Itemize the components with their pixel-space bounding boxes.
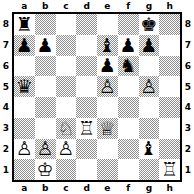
- rank-label-2: 2: [0, 139, 12, 160]
- square-d8[interactable]: [76, 14, 97, 35]
- square-h7[interactable]: [159, 35, 180, 56]
- square-e8[interactable]: [97, 14, 118, 35]
- rank-label-1: 1: [182, 159, 194, 180]
- square-g2[interactable]: ♝: [139, 139, 160, 160]
- square-f8[interactable]: [118, 14, 139, 35]
- square-d2[interactable]: [76, 139, 97, 160]
- chess-diagram: abcdefgh 87654321 ♜♚♟♟♝♟♟♟♞♛♙♙♘♖♕♙♙♙♝♔♖ …: [0, 0, 194, 194]
- square-a8[interactable]: ♜: [14, 14, 35, 35]
- square-a7[interactable]: ♟: [14, 35, 35, 56]
- square-c4[interactable]: [56, 97, 77, 118]
- file-label-c: c: [56, 182, 77, 194]
- file-label-e: e: [97, 0, 118, 12]
- piece-black-queen[interactable]: ♛: [16, 77, 33, 96]
- square-b8[interactable]: [35, 14, 56, 35]
- square-f3[interactable]: [118, 118, 139, 139]
- square-b4[interactable]: [35, 97, 56, 118]
- rank-label-8: 8: [0, 14, 12, 35]
- rank-label-1: 1: [0, 159, 12, 180]
- file-label-f: f: [118, 182, 139, 194]
- piece-black-pawn[interactable]: ♟: [120, 35, 137, 54]
- piece-black-pawn[interactable]: ♟: [16, 35, 33, 54]
- piece-black-rook[interactable]: ♜: [16, 14, 33, 33]
- piece-white-rook[interactable]: ♖: [78, 118, 95, 137]
- square-g1[interactable]: [139, 159, 160, 180]
- rank-label-7: 7: [182, 35, 194, 56]
- square-f7[interactable]: ♟: [118, 35, 139, 56]
- square-b5[interactable]: [35, 76, 56, 97]
- rank-label-7: 7: [0, 35, 12, 56]
- rank-label-2: 2: [182, 139, 194, 160]
- piece-black-king[interactable]: ♚: [140, 14, 157, 33]
- square-c2[interactable]: ♙: [56, 139, 77, 160]
- square-f5[interactable]: [118, 76, 139, 97]
- file-label-d: d: [76, 182, 97, 194]
- square-b2[interactable]: ♙: [35, 139, 56, 160]
- piece-black-pawn[interactable]: ♟: [37, 35, 54, 54]
- piece-white-queen[interactable]: ♕: [99, 118, 116, 137]
- file-label-h: h: [159, 0, 180, 12]
- square-h6[interactable]: [159, 56, 180, 77]
- file-label-b: b: [35, 182, 56, 194]
- rank-label-3: 3: [182, 118, 194, 139]
- square-c5[interactable]: [56, 76, 77, 97]
- square-c3[interactable]: ♘: [56, 118, 77, 139]
- piece-white-pawn[interactable]: ♙: [37, 139, 54, 158]
- square-d5[interactable]: [76, 76, 97, 97]
- file-label-a: a: [14, 182, 35, 194]
- rank-label-6: 6: [0, 56, 12, 77]
- square-f1[interactable]: [118, 159, 139, 180]
- square-a5[interactable]: ♛: [14, 76, 35, 97]
- square-d7[interactable]: [76, 35, 97, 56]
- square-h4[interactable]: [159, 97, 180, 118]
- square-a6[interactable]: [14, 56, 35, 77]
- piece-white-knight[interactable]: ♘: [57, 118, 74, 137]
- square-h3[interactable]: [159, 118, 180, 139]
- rank-label-6: 6: [182, 56, 194, 77]
- file-labels-top: abcdefgh: [14, 0, 180, 12]
- square-e2[interactable]: [97, 139, 118, 160]
- square-c7[interactable]: [56, 35, 77, 56]
- file-labels-bottom: abcdefgh: [14, 182, 180, 194]
- rank-label-4: 4: [182, 97, 194, 118]
- square-d4[interactable]: [76, 97, 97, 118]
- square-a4[interactable]: [14, 97, 35, 118]
- square-h2[interactable]: [159, 139, 180, 160]
- square-h1[interactable]: ♖: [159, 159, 180, 180]
- square-e7[interactable]: ♝: [97, 35, 118, 56]
- rank-label-3: 3: [0, 118, 12, 139]
- piece-white-pawn[interactable]: ♙: [16, 139, 33, 158]
- square-e4[interactable]: [97, 97, 118, 118]
- file-label-b: b: [35, 0, 56, 12]
- square-b3[interactable]: [35, 118, 56, 139]
- square-h5[interactable]: [159, 76, 180, 97]
- square-g5[interactable]: ♙: [139, 76, 160, 97]
- square-d6[interactable]: [76, 56, 97, 77]
- square-c1[interactable]: [56, 159, 77, 180]
- rank-labels-left: 87654321: [0, 14, 12, 180]
- file-label-d: d: [76, 0, 97, 12]
- square-c8[interactable]: [56, 14, 77, 35]
- square-g8[interactable]: ♚: [139, 14, 160, 35]
- piece-black-bishop[interactable]: ♝: [140, 139, 157, 158]
- square-d3[interactable]: ♖: [76, 118, 97, 139]
- piece-white-rook[interactable]: ♖: [161, 160, 178, 179]
- rank-label-5: 5: [0, 76, 12, 97]
- file-label-f: f: [118, 0, 139, 12]
- square-g7[interactable]: ♟: [139, 35, 160, 56]
- piece-black-pawn[interactable]: ♟: [99, 56, 116, 75]
- square-a3[interactable]: [14, 118, 35, 139]
- piece-white-pawn[interactable]: ♙: [99, 77, 116, 96]
- file-label-h: h: [159, 182, 180, 194]
- file-label-a: a: [14, 0, 35, 12]
- square-e5[interactable]: ♙: [97, 76, 118, 97]
- rank-label-8: 8: [182, 14, 194, 35]
- file-label-g: g: [139, 182, 160, 194]
- square-d1[interactable]: [76, 159, 97, 180]
- square-b6[interactable]: [35, 56, 56, 77]
- square-a2[interactable]: ♙: [14, 139, 35, 160]
- square-g6[interactable]: [139, 56, 160, 77]
- rank-labels-right: 87654321: [182, 14, 194, 180]
- square-f4[interactable]: [118, 97, 139, 118]
- file-label-c: c: [56, 0, 77, 12]
- square-e3[interactable]: ♕: [97, 118, 118, 139]
- file-label-g: g: [139, 0, 160, 12]
- square-f2[interactable]: [118, 139, 139, 160]
- square-e6[interactable]: ♟: [97, 56, 118, 77]
- piece-white-king[interactable]: ♔: [37, 160, 54, 179]
- square-h8[interactable]: [159, 14, 180, 35]
- square-f6[interactable]: ♞: [118, 56, 139, 77]
- piece-black-bishop[interactable]: ♝: [99, 35, 116, 54]
- chess-board: ♜♚♟♟♝♟♟♟♞♛♙♙♘♖♕♙♙♙♝♔♖: [12, 12, 182, 182]
- rank-label-4: 4: [0, 97, 12, 118]
- square-g4[interactable]: [139, 97, 160, 118]
- square-e1[interactable]: [97, 159, 118, 180]
- square-g3[interactable]: [139, 118, 160, 139]
- square-b7[interactable]: ♟: [35, 35, 56, 56]
- square-c6[interactable]: [56, 56, 77, 77]
- file-label-e: e: [97, 182, 118, 194]
- rank-label-5: 5: [182, 76, 194, 97]
- piece-white-pawn[interactable]: ♙: [140, 77, 157, 96]
- square-b1[interactable]: ♔: [35, 159, 56, 180]
- piece-white-pawn[interactable]: ♙: [57, 139, 74, 158]
- piece-black-knight[interactable]: ♞: [120, 56, 137, 75]
- square-a1[interactable]: [14, 159, 35, 180]
- piece-black-pawn[interactable]: ♟: [140, 35, 157, 54]
